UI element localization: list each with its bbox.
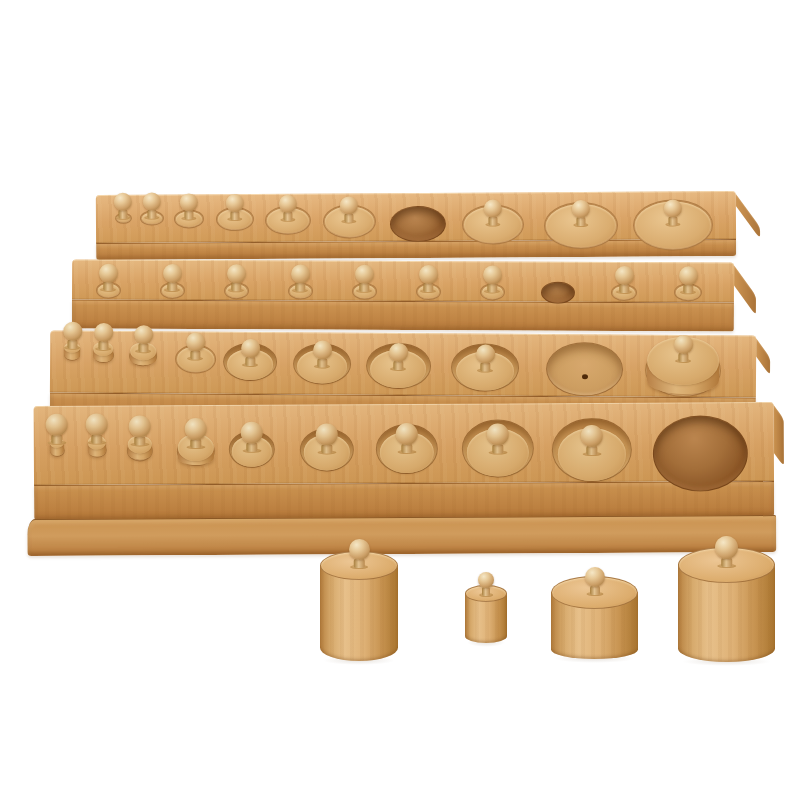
knobbed-cylinder-block1-pos2[interactable] — [140, 210, 164, 225]
knob-ball-icon — [396, 423, 418, 445]
cylinder-knob — [63, 322, 82, 350]
knob-ball-icon — [313, 340, 332, 359]
knobbed-cylinder-block4-pos9[interactable] — [552, 418, 632, 482]
cylinder-knob — [664, 199, 682, 226]
cylinder-knob — [349, 539, 370, 569]
knob-ball-icon — [483, 265, 502, 284]
loose-cylinder-4[interactable] — [678, 547, 775, 662]
knob-neck — [482, 587, 490, 596]
cylinder-knob — [484, 199, 502, 226]
knob-ball-icon — [715, 536, 738, 559]
empty-socket-block4-pos10[interactable] — [652, 415, 747, 491]
knobbed-cylinder-block1-pos4[interactable] — [216, 207, 254, 231]
cylinder-knob — [355, 265, 374, 293]
knobbed-cylinder-block3-pos3[interactable] — [129, 346, 157, 366]
knob-ball-icon — [94, 323, 113, 342]
knob-neck — [231, 282, 241, 291]
cylinder-knob — [419, 265, 438, 293]
knob-ball-icon — [487, 423, 509, 445]
knob-neck — [134, 436, 145, 445]
knob-neck — [230, 211, 239, 220]
socket-rim — [545, 342, 622, 397]
block-4-right-end — [774, 405, 784, 466]
loose-cylinder-1[interactable] — [320, 551, 398, 661]
cylinder-knob — [86, 414, 108, 445]
knob-ball-icon — [226, 194, 244, 212]
loose-cylinder-3[interactable] — [551, 576, 638, 659]
knobbed-cylinder-block1-pos10[interactable] — [633, 199, 713, 250]
knob-ball-icon — [585, 567, 605, 587]
knobbed-cylinder-block2-pos2[interactable] — [159, 281, 184, 298]
knob-ball-icon — [355, 265, 374, 284]
knobbed-cylinder-block4-pos2[interactable] — [87, 442, 106, 457]
knob-ball-icon — [581, 425, 603, 447]
knobbed-cylinder-block3-pos2[interactable] — [93, 347, 114, 362]
knobbed-cylinder-block3-pos5[interactable] — [223, 343, 277, 381]
cylinder-knob — [396, 423, 418, 454]
socket-rim — [652, 415, 747, 491]
knob-neck — [118, 210, 127, 219]
block-2-right-end — [734, 265, 756, 315]
knob-neck — [67, 340, 77, 349]
cylinder-knob — [226, 194, 244, 221]
knob-ball-icon — [185, 418, 207, 440]
knob-neck — [51, 435, 62, 444]
cylinder-knob — [227, 264, 246, 292]
knobbed-cylinder-block4-pos4[interactable] — [177, 436, 215, 466]
knob-ball-icon — [143, 193, 161, 211]
knob-neck — [91, 435, 102, 444]
cylinder-knob — [585, 567, 605, 596]
knob-neck — [586, 446, 597, 455]
knob-ball-icon — [419, 265, 438, 284]
cylinder-knob — [241, 422, 263, 453]
knobbed-cylinder-block3-pos1[interactable] — [64, 349, 80, 360]
knob-neck — [103, 282, 113, 291]
cylinder-knob — [581, 425, 603, 456]
cylinder-knob — [478, 572, 494, 597]
knobbed-cylinder-block2-pos5[interactable] — [351, 282, 376, 299]
knob-ball-icon — [476, 345, 495, 364]
knob-neck — [295, 283, 305, 292]
knob-ball-icon — [340, 196, 358, 214]
empty-socket-block2-pos8[interactable] — [541, 282, 575, 304]
cylinder-knob — [114, 193, 132, 220]
knob-ball-icon — [241, 339, 260, 358]
knob-ball-icon — [114, 193, 132, 211]
cylinder-knob — [186, 332, 205, 360]
knobbed-cylinder-block1-pos5[interactable] — [265, 205, 311, 234]
knob-neck — [619, 284, 629, 293]
socket-rim — [541, 282, 575, 304]
cylinder-knob — [46, 414, 68, 445]
knob-neck — [167, 282, 177, 291]
knob-ball-icon — [615, 266, 634, 285]
cylinder-knob — [316, 423, 338, 454]
cylinder-knob — [185, 418, 207, 449]
knob-neck — [487, 283, 497, 292]
knobbed-cylinder-block2-pos9[interactable] — [611, 283, 637, 300]
knob-ball-icon — [46, 414, 68, 436]
knob-neck — [98, 341, 108, 350]
cylinder-knob — [715, 536, 738, 568]
knob-neck — [576, 217, 585, 226]
knob-neck — [480, 363, 490, 372]
cylinder-knob — [279, 195, 297, 222]
cylinder-knob — [99, 264, 118, 292]
knobbed-cylinder-block3-pos7[interactable] — [365, 343, 430, 389]
knob-ball-icon — [227, 264, 246, 283]
knob-ball-icon — [316, 423, 338, 445]
knobbed-cylinder-block3-pos8[interactable] — [451, 343, 519, 391]
knob-ball-icon — [389, 343, 408, 362]
cylinder-knob — [389, 343, 408, 371]
knobbed-cylinder-block4-pos3[interactable] — [127, 440, 153, 461]
knobbed-cylinder-block4-pos7[interactable] — [376, 424, 438, 474]
knob-neck — [317, 358, 327, 367]
block-2-front-face — [72, 300, 734, 332]
knobbed-cylinder-block3-pos6[interactable] — [293, 343, 351, 384]
knobbed-cylinder-block1-pos8[interactable] — [462, 204, 524, 244]
knob-ball-icon — [63, 322, 82, 341]
knob-neck — [423, 283, 433, 292]
knob-ball-icon — [478, 572, 494, 588]
block-4-base-molding — [27, 515, 776, 556]
knob-ball-icon — [279, 195, 297, 213]
knob-neck — [668, 216, 677, 225]
knobbed-cylinder-block2-pos3[interactable] — [223, 282, 248, 299]
cylinder-knob — [679, 266, 698, 294]
cylinder-knob — [143, 193, 161, 220]
knob-neck — [321, 444, 332, 453]
knobbed-cylinder-block4-pos1[interactable] — [49, 445, 64, 457]
knob-neck — [283, 212, 292, 221]
cylinder-knob — [615, 266, 634, 294]
loose-cylinder-2[interactable] — [465, 585, 507, 643]
knob-neck — [492, 444, 503, 453]
socket-rim — [390, 206, 446, 242]
cylinder-block-1 — [96, 191, 736, 259]
cylinder-knob — [476, 345, 495, 373]
knobbed-cylinder-block2-pos4[interactable] — [287, 282, 312, 299]
knob-neck — [190, 439, 201, 448]
knob-neck — [721, 558, 733, 567]
knob-ball-icon — [86, 414, 108, 436]
knobbed-cylinder-block2-pos7[interactable] — [479, 283, 504, 300]
block-1-right-end — [736, 194, 760, 239]
knob-neck — [359, 283, 369, 292]
knobbed-cylinder-block2-pos6[interactable] — [415, 283, 440, 300]
cylinder-knob — [572, 200, 590, 227]
knob-ball-icon — [186, 332, 205, 351]
knob-neck — [354, 559, 365, 568]
knobbed-cylinder-block4-pos5[interactable] — [229, 430, 275, 467]
knob-ball-icon — [99, 264, 118, 283]
knobbed-cylinder-block2-pos1[interactable] — [95, 281, 120, 298]
knobbed-cylinder-block1-pos9[interactable] — [544, 201, 618, 248]
knobbed-cylinder-block3-pos10[interactable] — [645, 343, 721, 397]
knob-neck — [245, 357, 255, 366]
knob-ball-icon — [163, 264, 182, 283]
knob-ball-icon — [664, 199, 682, 217]
knob-neck — [590, 586, 600, 595]
knob-ball-icon — [180, 193, 198, 211]
cylinder-knob — [94, 323, 113, 351]
cylinder-knob — [340, 196, 358, 223]
knobbed-cylinder-block1-pos6[interactable] — [322, 204, 375, 238]
knob-neck — [393, 361, 403, 370]
knob-neck — [401, 444, 412, 453]
knobbed-cylinder-block1-pos3[interactable] — [174, 209, 204, 228]
cylinder-knob — [129, 415, 151, 446]
knob-neck — [147, 210, 156, 219]
empty-socket-block3-pos9[interactable] — [545, 342, 622, 397]
knob-neck — [488, 217, 497, 226]
cylinder-knob — [483, 265, 502, 293]
knob-ball-icon — [291, 265, 310, 284]
scene — [0, 0, 800, 800]
cylinder-knob — [487, 423, 509, 454]
empty-socket-block1-pos7[interactable] — [390, 206, 446, 242]
knob-neck — [190, 351, 200, 360]
knobbed-cylinder-block4-pos8[interactable] — [462, 419, 534, 477]
knobbed-cylinder-block3-pos4[interactable] — [175, 344, 216, 373]
knob-ball-icon — [129, 415, 151, 437]
knob-ball-icon — [241, 422, 263, 444]
knob-neck — [246, 443, 257, 452]
knob-neck — [138, 343, 148, 352]
knob-neck — [184, 210, 193, 219]
knob-ball-icon — [674, 335, 693, 354]
knob-neck — [678, 353, 688, 362]
cylinder-knob — [313, 340, 332, 368]
cylinder-knob — [241, 339, 260, 367]
knobbed-cylinder-block4-pos6[interactable] — [300, 428, 354, 471]
cylinder-block-2 — [72, 260, 734, 331]
cylinder-knob — [291, 265, 310, 293]
knob-ball-icon — [349, 539, 370, 560]
knob-ball-icon — [679, 266, 698, 285]
knob-ball-icon — [134, 325, 153, 344]
cylinder-knob — [134, 325, 153, 353]
cylinder-knob — [163, 264, 182, 292]
cylinder-block-4 — [34, 402, 775, 553]
knob-neck — [683, 284, 693, 293]
knob-ball-icon — [572, 200, 590, 218]
knob-ball-icon — [484, 199, 502, 217]
product-photo-montessori-cylinder-blocks — [0, 0, 800, 800]
block-3-right-end — [756, 338, 770, 376]
knobbed-cylinder-block2-pos10[interactable] — [674, 283, 702, 301]
knob-neck — [344, 213, 353, 222]
cylinder-knob — [180, 193, 198, 220]
knobbed-cylinder-block1-pos1[interactable] — [114, 212, 131, 223]
cylinder-knob — [674, 335, 693, 363]
